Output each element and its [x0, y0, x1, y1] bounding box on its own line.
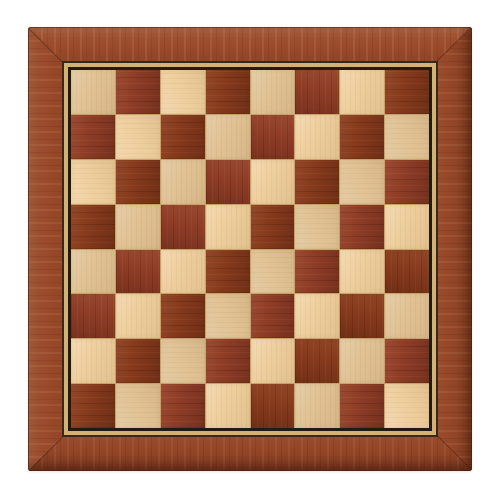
square-h6 — [385, 160, 429, 204]
square-c8 — [161, 70, 205, 114]
square-b8 — [116, 70, 160, 114]
square-f6 — [295, 160, 339, 204]
square-g2 — [340, 339, 384, 383]
square-f7 — [295, 115, 339, 159]
square-h2 — [385, 339, 429, 383]
square-a6 — [71, 160, 115, 204]
square-a7 — [71, 115, 115, 159]
square-d2 — [206, 339, 250, 383]
square-b1 — [116, 384, 160, 428]
square-h1 — [385, 384, 429, 428]
square-f3 — [295, 294, 339, 338]
square-a8 — [71, 70, 115, 114]
square-d3 — [206, 294, 250, 338]
square-h8 — [385, 70, 429, 114]
square-f5 — [295, 205, 339, 249]
square-c1 — [161, 384, 205, 428]
square-g3 — [340, 294, 384, 338]
square-d8 — [206, 70, 250, 114]
square-b4 — [116, 250, 160, 294]
frame-inlay-border — [62, 61, 438, 437]
square-d5 — [206, 205, 250, 249]
square-c4 — [161, 250, 205, 294]
square-e7 — [251, 115, 295, 159]
square-g7 — [340, 115, 384, 159]
square-d6 — [206, 160, 250, 204]
square-c2 — [161, 339, 205, 383]
chess-board — [28, 27, 472, 471]
square-c5 — [161, 205, 205, 249]
square-b6 — [116, 160, 160, 204]
square-b3 — [116, 294, 160, 338]
square-h7 — [385, 115, 429, 159]
square-a4 — [71, 250, 115, 294]
square-d1 — [206, 384, 250, 428]
square-c7 — [161, 115, 205, 159]
square-b7 — [116, 115, 160, 159]
square-d4 — [206, 250, 250, 294]
frame-inlay-tan-line — [64, 63, 436, 435]
square-f1 — [295, 384, 339, 428]
frame-inlay-black-line — [68, 67, 432, 431]
square-f2 — [295, 339, 339, 383]
product-photo — [0, 0, 500, 500]
square-e4 — [251, 250, 295, 294]
square-e3 — [251, 294, 295, 338]
square-e1 — [251, 384, 295, 428]
square-h3 — [385, 294, 429, 338]
square-h5 — [385, 205, 429, 249]
square-a1 — [71, 384, 115, 428]
square-g5 — [340, 205, 384, 249]
square-h4 — [385, 250, 429, 294]
square-e8 — [251, 70, 295, 114]
square-g6 — [340, 160, 384, 204]
square-f8 — [295, 70, 339, 114]
square-e6 — [251, 160, 295, 204]
square-a5 — [71, 205, 115, 249]
square-c6 — [161, 160, 205, 204]
square-e2 — [251, 339, 295, 383]
square-f4 — [295, 250, 339, 294]
square-g8 — [340, 70, 384, 114]
square-e5 — [251, 205, 295, 249]
square-c3 — [161, 294, 205, 338]
square-g4 — [340, 250, 384, 294]
square-b2 — [116, 339, 160, 383]
square-a2 — [71, 339, 115, 383]
square-b5 — [116, 205, 160, 249]
square-a3 — [71, 294, 115, 338]
square-g1 — [340, 384, 384, 428]
playing-field — [71, 70, 429, 428]
square-d7 — [206, 115, 250, 159]
